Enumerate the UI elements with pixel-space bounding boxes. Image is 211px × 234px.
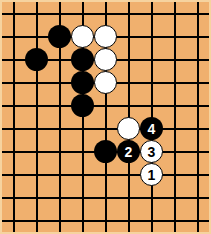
board-intersection [71, 25, 94, 48]
board-intersection [71, 2, 94, 25]
black-stone [25, 48, 48, 71]
black-stone [71, 94, 94, 117]
board-intersection [186, 209, 209, 232]
board-intersection [71, 186, 94, 209]
board-intersection [25, 163, 48, 186]
board-intersection [2, 117, 25, 140]
board-intersection: 3 [140, 140, 163, 163]
board-intersection [25, 48, 48, 71]
board-intersection: 1 [140, 163, 163, 186]
board-intersection [140, 25, 163, 48]
board-intersection [186, 48, 209, 71]
board-intersection [140, 94, 163, 117]
black-stone [48, 25, 71, 48]
white-stone [94, 71, 117, 94]
board-intersection [117, 117, 140, 140]
board-intersection [48, 25, 71, 48]
board-intersection [94, 25, 117, 48]
board-intersection [163, 94, 186, 117]
board-intersection: 2 [117, 140, 140, 163]
board-intersection [48, 2, 71, 25]
board-intersection [25, 71, 48, 94]
board-intersection [71, 48, 94, 71]
board-intersection [186, 163, 209, 186]
board-intersection [2, 25, 25, 48]
board-intersection [94, 71, 117, 94]
board-intersection [186, 117, 209, 140]
board-intersection [94, 117, 117, 140]
black-stone-move-4: 4 [140, 117, 163, 140]
board-intersection [186, 140, 209, 163]
white-stone [94, 25, 117, 48]
board-intersection [117, 94, 140, 117]
board-intersection [94, 2, 117, 25]
board-intersection [186, 2, 209, 25]
board-intersection [163, 163, 186, 186]
board-intersection [2, 71, 25, 94]
black-stone [71, 71, 94, 94]
board-intersection [117, 71, 140, 94]
board-intersection [163, 140, 186, 163]
board-intersection [117, 209, 140, 232]
board-intersection [186, 71, 209, 94]
board-intersection [186, 25, 209, 48]
move-number-label: 2 [125, 144, 133, 158]
board-intersection [94, 186, 117, 209]
board-intersection [25, 25, 48, 48]
board-intersection [117, 163, 140, 186]
board-intersection [25, 186, 48, 209]
board-intersection [94, 94, 117, 117]
board-intersection: 4 [140, 117, 163, 140]
board-intersection [140, 209, 163, 232]
white-stone-move-3: 3 [140, 140, 163, 163]
board-intersection [2, 186, 25, 209]
board-intersection [117, 186, 140, 209]
black-stone-move-2: 2 [117, 140, 140, 163]
white-stone [117, 117, 140, 140]
board-intersection [2, 2, 25, 25]
black-stone [71, 48, 94, 71]
board-intersection [186, 186, 209, 209]
board-intersection [2, 163, 25, 186]
board-intersection [94, 48, 117, 71]
board-intersection [25, 94, 48, 117]
black-stone [94, 140, 117, 163]
board-intersection [163, 2, 186, 25]
go-board: 4231 [2, 2, 209, 232]
board-intersection [25, 117, 48, 140]
board-intersection [94, 163, 117, 186]
board-intersection [163, 117, 186, 140]
board-intersection [94, 209, 117, 232]
board-intersection [71, 117, 94, 140]
board-intersection [117, 48, 140, 71]
board-intersection [140, 48, 163, 71]
board-intersection [71, 209, 94, 232]
white-stone [71, 25, 94, 48]
board-intersection [2, 209, 25, 232]
board-intersection [71, 94, 94, 117]
white-stone-move-1: 1 [140, 163, 163, 186]
board-intersection [140, 186, 163, 209]
board-intersection [48, 48, 71, 71]
board-intersection [48, 117, 71, 140]
board-intersection [94, 140, 117, 163]
board-intersection [25, 140, 48, 163]
board-intersection [163, 48, 186, 71]
board-intersection [2, 94, 25, 117]
board-intersection [48, 71, 71, 94]
board-intersection [117, 25, 140, 48]
board-intersection [163, 25, 186, 48]
board-intersection [2, 140, 25, 163]
board-intersection [25, 209, 48, 232]
board-intersection [48, 209, 71, 232]
board-intersection [140, 2, 163, 25]
board-intersection [186, 94, 209, 117]
move-number-label: 3 [148, 144, 156, 158]
board-intersection [71, 163, 94, 186]
board-intersection [48, 140, 71, 163]
board-intersection [117, 2, 140, 25]
move-number-label: 4 [148, 121, 156, 135]
board-intersection [48, 163, 71, 186]
board-intersection [48, 186, 71, 209]
board-intersection [163, 71, 186, 94]
board-intersection [140, 71, 163, 94]
board-intersection [163, 186, 186, 209]
board-intersection [71, 71, 94, 94]
board-intersection [71, 140, 94, 163]
move-number-label: 1 [148, 167, 156, 181]
board-intersection [48, 94, 71, 117]
board-intersection [163, 209, 186, 232]
board-intersection [2, 48, 25, 71]
go-diagram: 4231 [0, 0, 211, 234]
white-stone [94, 48, 117, 71]
board-intersection [25, 2, 48, 25]
